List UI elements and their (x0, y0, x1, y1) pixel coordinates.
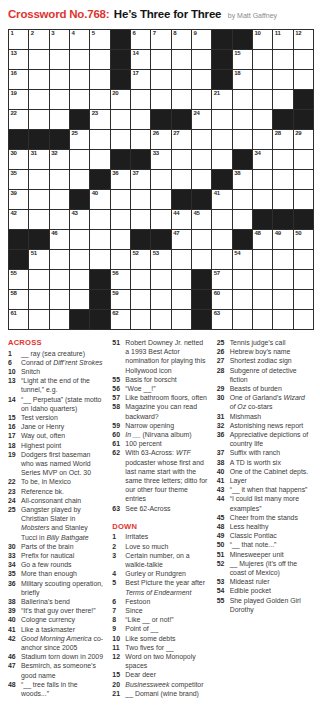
grid-cell[interactable] (233, 110, 252, 129)
grid-cell[interactable]: 52 (131, 250, 150, 269)
clue-item-down-53: 53Mideast ruler (217, 577, 312, 586)
grid-cell[interactable]: 19 (9, 90, 28, 109)
grid-cell[interactable]: 25 (70, 130, 89, 149)
grid-cell[interactable] (90, 230, 109, 249)
clue-text: “__ tree falls in the woods...” (21, 680, 103, 698)
grid-cell[interactable] (253, 270, 272, 289)
grid-cell[interactable]: 33 (151, 150, 170, 169)
grid-cell[interactable] (151, 170, 170, 189)
grid-cell[interactable] (172, 90, 191, 109)
grid-cell[interactable] (192, 250, 211, 269)
clue-item-across-46: 46Stadium torn down in 2009 (8, 652, 103, 661)
clue-text: Dodgers first baseman who was named Worl… (21, 450, 103, 478)
grid-cell-black (70, 310, 89, 329)
clue-text: Beasts of burden (230, 384, 312, 393)
cell-number: 55 (11, 270, 17, 277)
grid-cell[interactable] (90, 150, 109, 169)
grid-cell[interactable] (253, 70, 272, 89)
grid-cell[interactable]: 9 (192, 30, 211, 49)
grid-cell[interactable] (131, 190, 150, 209)
grid-cell[interactable] (192, 230, 211, 249)
grid-cell[interactable] (253, 190, 272, 209)
grid-cell[interactable] (212, 250, 231, 269)
puzzle-kicker: Crossword No.768: (8, 8, 109, 20)
clue-item-across-63: 63See 62-Across (112, 504, 207, 513)
grid-cell[interactable]: 36 (111, 170, 130, 189)
grid-cell[interactable] (50, 70, 69, 89)
grid-cell[interactable]: 49 (273, 230, 292, 249)
clue-number: 57 (112, 393, 125, 402)
clue-item-down-12: 12Word on two Monopoly spaces (112, 652, 207, 670)
grid-cell[interactable] (192, 130, 211, 149)
grid-cell[interactable] (253, 110, 272, 129)
grid-cell-black (294, 90, 313, 109)
clue-number: 36 (8, 579, 21, 597)
grid-cell[interactable]: 46 (50, 230, 69, 249)
grid-cell[interactable] (90, 130, 109, 149)
clue-text: Irritates (125, 532, 207, 541)
cell-number: 24 (194, 110, 200, 117)
grid-cell[interactable] (273, 170, 292, 189)
grid-cell[interactable] (29, 210, 48, 229)
grid-cell[interactable] (90, 250, 109, 269)
grid-cell[interactable] (50, 290, 69, 309)
clue-number: 22 (8, 477, 21, 486)
clue-item-across-42: 42Good Morning America co-anchor since 2… (8, 634, 103, 652)
grid-cell[interactable] (294, 170, 313, 189)
cell-number: 11 (275, 30, 281, 37)
grid-cell[interactable] (172, 310, 191, 329)
grid-cell[interactable] (131, 90, 150, 109)
grid-cell[interactable] (253, 90, 272, 109)
grid-cell[interactable]: 8 (172, 30, 191, 49)
grid-cell[interactable] (151, 310, 170, 329)
grid-cell[interactable]: 11 (273, 30, 292, 49)
grid-cell[interactable]: 40 (90, 190, 109, 209)
grid-cell[interactable] (212, 110, 231, 129)
clue-text: Minesweeper unit (230, 550, 312, 559)
clue-lists: ACROSS1__ ray (sea creature)6Conrad of D… (8, 338, 312, 698)
clue-number: 47 (8, 661, 21, 679)
clue-number: 11 (112, 643, 125, 652)
grid-cell[interactable]: 22 (9, 110, 28, 129)
clue-item-down-11: 11Two fives for __ (112, 643, 207, 652)
grid-cell[interactable] (50, 110, 69, 129)
grid-cell-black (172, 190, 191, 209)
grid-cell[interactable] (90, 70, 109, 89)
grid-cell[interactable] (90, 50, 109, 69)
grid-cell[interactable]: 43 (70, 210, 89, 229)
grid-cell[interactable] (50, 270, 69, 289)
grid-cell[interactable] (273, 270, 292, 289)
clue-item-across-15: 15Test version (8, 413, 103, 422)
grid-cell[interactable]: 59 (111, 290, 130, 309)
grid-cell[interactable] (131, 270, 150, 289)
grid-cell[interactable]: 1 (9, 30, 28, 49)
grid-cell-black (233, 230, 252, 249)
grid-cell[interactable]: 27 (172, 130, 191, 149)
grid-cell[interactable] (151, 270, 170, 289)
grid-cell[interactable]: 54 (233, 250, 252, 269)
grid-cell[interactable] (273, 310, 292, 329)
cell-number: 12 (295, 30, 301, 37)
grid-cell[interactable] (50, 90, 69, 109)
grid-cell[interactable]: 30 (9, 150, 28, 169)
grid-cell[interactable]: 18 (233, 70, 252, 89)
grid-cell-black (151, 110, 170, 129)
cell-number: 36 (112, 170, 118, 177)
grid-cell[interactable]: 39 (9, 190, 28, 209)
clue-number: 38 (8, 597, 21, 606)
clue-text: “Like __ or not!” (125, 615, 207, 624)
cell-number: 19 (11, 90, 17, 97)
grid-cell[interactable] (131, 210, 150, 229)
clue-item-down-25: 25Tennis judge’s call (217, 338, 312, 347)
grid-cell[interactable] (131, 130, 150, 149)
clue-text: Like bathroom floors, often (125, 393, 207, 402)
clue-text: Layer (230, 476, 312, 485)
cell-number: 57 (214, 270, 220, 277)
grid-cell[interactable]: 34 (253, 150, 272, 169)
clue-number: 49 (217, 531, 230, 540)
grid-cell[interactable] (151, 90, 170, 109)
cell-number: 3 (51, 30, 54, 37)
cell-number: 17 (133, 70, 139, 77)
grid-cell[interactable] (192, 90, 211, 109)
grid-cell[interactable] (294, 310, 313, 329)
grid-cell-black (273, 110, 292, 129)
clue-text: Businessweek competitor (125, 680, 207, 689)
cell-number: 46 (51, 230, 57, 237)
grid-cell[interactable] (192, 170, 211, 189)
grid-cell[interactable] (151, 210, 170, 229)
grid-cell[interactable] (253, 130, 272, 149)
grid-cell[interactable] (233, 90, 252, 109)
cell-number: 7 (153, 30, 156, 37)
grid-cell[interactable] (273, 50, 292, 69)
grid-cell-black (273, 210, 292, 229)
grid-cell[interactable] (70, 150, 89, 169)
clue-text: Mideast ruler (230, 577, 312, 586)
grid-cell[interactable]: 32 (50, 150, 69, 169)
grid-cell[interactable] (29, 270, 48, 289)
grid-cell[interactable]: 14 (131, 50, 150, 69)
grid-cell-black (29, 230, 48, 249)
grid-cell[interactable] (50, 50, 69, 69)
grid-cell[interactable]: 47 (172, 230, 191, 249)
clue-text: Snitch (21, 367, 103, 376)
clue-number: 37 (217, 448, 230, 457)
grid-cell[interactable] (172, 170, 191, 189)
grid-cell[interactable] (29, 90, 48, 109)
grid-cell[interactable] (253, 50, 272, 69)
grid-cell[interactable]: 57 (212, 270, 231, 289)
grid-cell[interactable]: 42 (9, 210, 28, 229)
clue-text: Test version (21, 413, 103, 422)
grid-cell[interactable]: 45 (192, 210, 211, 229)
grid-cell[interactable]: 61 (9, 310, 28, 329)
cell-number: 52 (133, 250, 139, 257)
grid-cell[interactable] (70, 270, 89, 289)
clue-number: 25 (217, 338, 230, 347)
clue-text: Parts of the brain (21, 542, 103, 551)
grid-cell[interactable] (212, 130, 231, 149)
clue-number: 42 (8, 634, 21, 652)
cell-number: 33 (153, 150, 159, 157)
grid-cell[interactable] (50, 250, 69, 269)
grid-cell-black (90, 170, 109, 189)
grid-cell[interactable] (50, 190, 69, 209)
grid-cell[interactable] (131, 310, 150, 329)
clue-item-across-56: 56“Woe __!” (112, 384, 207, 393)
grid-cell[interactable]: 38 (233, 170, 252, 189)
grid-cell[interactable]: 24 (192, 110, 211, 129)
grid-cell[interactable] (151, 70, 170, 89)
grid-cell[interactable] (294, 50, 313, 69)
grid-cell[interactable] (273, 150, 292, 169)
clue-text: Stadium torn down in 2009 (21, 652, 103, 661)
grid-cell[interactable]: 51 (29, 250, 48, 269)
grid-cell[interactable] (111, 130, 130, 149)
grid-cell[interactable] (90, 210, 109, 229)
clue-item-down-8: 8“Like __ or not!” (112, 615, 207, 624)
grid-cell[interactable] (111, 210, 130, 229)
grid-cell[interactable]: 17 (131, 70, 150, 89)
grid-cell[interactable] (29, 50, 48, 69)
grid-cell[interactable]: 4 (70, 30, 89, 49)
cell-number: 42 (11, 210, 17, 217)
grid-cell[interactable]: 53 (151, 250, 170, 269)
grid-cell[interactable] (29, 110, 48, 129)
grid-cell[interactable] (294, 190, 313, 209)
grid-cell[interactable]: 41 (212, 190, 231, 209)
grid-cell[interactable] (294, 150, 313, 169)
clue-text: Best Picture the year after Terms of End… (125, 578, 207, 596)
clue-text: “Woe __!” (125, 384, 207, 393)
cell-number: 13 (11, 50, 17, 57)
clue-item-down-3: 3Certain number, on a walkie-talkie (112, 551, 207, 569)
clue-number: 27 (217, 356, 230, 365)
grid-cell[interactable] (172, 70, 191, 89)
clue-item-across-10: 10Snitch (8, 367, 103, 376)
clue-number: 16 (8, 422, 21, 431)
grid-cell-black (294, 210, 313, 229)
grid-cell[interactable] (29, 70, 48, 89)
grid-cell[interactable] (233, 310, 252, 329)
grid-cell[interactable]: 48 (253, 230, 272, 249)
grid-cell[interactable] (253, 170, 272, 189)
clue-number: 38 (217, 458, 230, 467)
clue-number: 58 (112, 402, 125, 420)
clue-number: 18 (8, 441, 21, 450)
grid-cell[interactable] (50, 310, 69, 329)
clue-item-down-38: 38A TD is worth six (217, 458, 312, 467)
grid-cell[interactable]: 50 (294, 230, 313, 249)
clue-number: 31 (217, 412, 230, 421)
grid-cell[interactable]: 35 (9, 170, 28, 189)
grid-cell[interactable] (70, 90, 89, 109)
grid-cell[interactable] (29, 190, 48, 209)
clue-number: 61 (112, 439, 125, 448)
grid-cell[interactable]: 44 (172, 210, 191, 229)
clue-text: One of Garland’s Wizard of Oz co-stars (230, 393, 312, 411)
grid-cell[interactable] (151, 190, 170, 209)
clue-text: Prefix for nautical (21, 551, 103, 560)
grid-cell[interactable] (29, 290, 48, 309)
grid-cell[interactable]: 26 (151, 130, 170, 149)
grid-cell[interactable] (70, 230, 89, 249)
grid-cell[interactable]: 12 (294, 30, 313, 49)
cell-number: 59 (112, 290, 118, 297)
clue-text: Point of __ (125, 624, 207, 633)
grid-cell-black (192, 310, 211, 329)
clue-item-down-20: 20Businessweek competitor (112, 680, 207, 689)
grid-cell[interactable] (50, 170, 69, 189)
grid-cell[interactable]: 37 (131, 170, 150, 189)
grid-cell[interactable] (294, 270, 313, 289)
cell-number: 27 (173, 130, 179, 137)
grid-cell[interactable]: 31 (29, 150, 48, 169)
grid-cell[interactable]: 3 (50, 30, 69, 49)
grid-cell[interactable] (111, 230, 130, 249)
clue-number: 1 (112, 532, 125, 541)
grid-cell[interactable] (253, 290, 272, 309)
grid-cell[interactable]: 62 (111, 310, 130, 329)
clue-number: 24 (8, 496, 21, 505)
clue-item-down-45: 45Cheer from the stands (217, 513, 312, 522)
clue-number: 14 (8, 395, 21, 413)
grid-cell[interactable] (70, 250, 89, 269)
grid-cell[interactable] (70, 290, 89, 309)
clue-number: 28 (217, 366, 230, 384)
grid-cell-black (70, 110, 89, 129)
cell-number: 20 (112, 90, 118, 97)
clue-number: 55 (217, 596, 230, 614)
grid-cell[interactable] (111, 250, 130, 269)
grid-cell[interactable] (172, 270, 191, 289)
grid-cell[interactable] (273, 250, 292, 269)
grid-cell[interactable] (233, 190, 252, 209)
grid-cell[interactable] (233, 130, 252, 149)
cell-number: 18 (234, 70, 240, 77)
grid-cell[interactable] (70, 50, 89, 69)
cell-number: 6 (133, 30, 136, 37)
grid-cell-black (111, 70, 130, 89)
grid-cell[interactable]: 5 (90, 30, 109, 49)
grid-cell[interactable] (29, 170, 48, 189)
cell-number: 28 (275, 130, 281, 137)
clue-number: 25 (8, 505, 21, 542)
clues-column-3: 25Tennis judge’s call26Hebrew boy’s name… (217, 338, 312, 698)
clue-item-down-49: 49Classic Pontiac (217, 531, 312, 540)
grid-cell[interactable] (111, 190, 130, 209)
grid-cell[interactable] (90, 90, 109, 109)
clue-number: 1 (8, 349, 21, 358)
clue-item-across-16: 16Jane or Henry (8, 422, 103, 431)
clue-number: 45 (217, 513, 230, 522)
grid-cell[interactable] (192, 150, 211, 169)
grid-cell[interactable] (294, 250, 313, 269)
clue-item-down-15: 15Dear deer (112, 670, 207, 679)
cell-number: 35 (11, 170, 17, 177)
grid-cell-black (294, 110, 313, 129)
grid-cell-black (212, 50, 231, 69)
grid-cell[interactable]: 60 (212, 290, 231, 309)
grid-cell[interactable] (172, 290, 191, 309)
clue-text: Less healthy (230, 522, 312, 531)
grid-cell[interactable] (294, 290, 313, 309)
clue-item-across-6: 6Conrad of Diff’rent Strokes (8, 358, 103, 367)
grid-cell[interactable] (273, 290, 292, 309)
grid-cell[interactable] (233, 210, 252, 229)
clue-number: 56 (112, 384, 125, 393)
grid-cell[interactable]: 28 (273, 130, 292, 149)
grid-cell[interactable] (29, 310, 48, 329)
grid-cell-black (9, 230, 28, 249)
grid-cell[interactable] (273, 70, 292, 89)
grid-cell[interactable]: 55 (9, 270, 28, 289)
clue-item-down-41: 41Layer (217, 476, 312, 485)
grid-cell[interactable] (212, 230, 231, 249)
grid-cell[interactable]: 13 (9, 50, 28, 69)
grid-cell[interactable] (253, 250, 272, 269)
grid-cell[interactable] (253, 310, 272, 329)
grid-cell[interactable] (151, 290, 170, 309)
grid-cell-black (111, 30, 130, 49)
grid-cell[interactable] (172, 150, 191, 169)
grid-cell[interactable]: 23 (90, 110, 109, 129)
grid-cell[interactable]: 16 (9, 70, 28, 89)
grid-cell[interactable] (192, 70, 211, 89)
grid-cell[interactable]: 21 (212, 90, 231, 109)
grid-cell[interactable] (111, 110, 130, 129)
grid-cell[interactable] (192, 50, 211, 69)
cell-number: 37 (133, 170, 139, 177)
grid-cell[interactable]: 58 (9, 290, 28, 309)
grid-cell[interactable]: 10 (253, 30, 272, 49)
grid-cell[interactable]: 63 (212, 310, 231, 329)
clue-text: __ Mujeres (it’s off the coast of Mexico… (230, 559, 312, 577)
grid-cell[interactable] (294, 70, 313, 89)
grid-cell[interactable] (70, 70, 89, 89)
grid-cell-black (192, 190, 211, 209)
grid-cell[interactable] (273, 190, 292, 209)
grid-cell[interactable] (50, 210, 69, 229)
grid-cell[interactable]: 2 (29, 30, 48, 49)
grid-cell[interactable] (131, 110, 150, 129)
grid-cell[interactable] (233, 290, 252, 309)
grid-cell[interactable]: 56 (111, 270, 130, 289)
clue-number: 33 (8, 551, 21, 560)
grid-cell[interactable] (70, 170, 89, 189)
grid-cell[interactable] (172, 250, 191, 269)
grid-cell[interactable]: 20 (111, 90, 130, 109)
clue-item-down-10: 10Like some debts (112, 634, 207, 643)
grid-cell[interactable]: 7 (151, 30, 170, 49)
grid-cell[interactable]: 29 (294, 130, 313, 149)
grid-cell[interactable]: 15 (233, 50, 252, 69)
grid-cell[interactable] (212, 210, 231, 229)
grid-cell[interactable] (212, 150, 231, 169)
grid-cell[interactable] (233, 270, 252, 289)
clue-text: Highest point (21, 441, 103, 450)
grid-cell[interactable] (151, 50, 170, 69)
grid-cell[interactable] (172, 50, 191, 69)
clue-text: Good Morning America co-anchor since 200… (21, 634, 103, 652)
grid-cell[interactable] (273, 90, 292, 109)
grid-cell[interactable]: 6 (131, 30, 150, 49)
grid-cell[interactable] (131, 290, 150, 309)
